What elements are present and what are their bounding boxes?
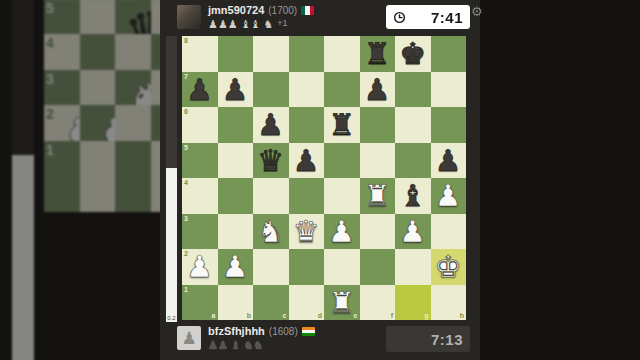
bottom-clock-time: 7:13 [431, 331, 463, 348]
square-e5[interactable] [324, 143, 360, 179]
square-d6[interactable] [289, 107, 325, 143]
rank-label: 1 [184, 286, 188, 293]
square-e4[interactable] [324, 178, 360, 214]
piece-black-pawn: ♟ [289, 143, 325, 179]
evaluation-value: 0.2 [166, 315, 177, 321]
square-d4[interactable] [289, 178, 325, 214]
rank-label: 5 [184, 144, 188, 151]
background-eval-bar [12, 0, 34, 360]
square-d8[interactable] [289, 36, 325, 72]
video-frame: 8♜♚7♟♟♟6♟♜5♛♟♟4♜♝♟3♞♛♟♟2♟♟♚1abcde♜fgh jm… [0, 0, 640, 360]
piece-white-knight: ♞ [253, 214, 289, 250]
chess-board: 8♜♚7♟♟♟6♟♜5♛♟♟4♜♝♟3♞♛♟♟2♟♟♚1abcde♜fgh [182, 36, 466, 320]
square-h1[interactable]: h [431, 285, 467, 321]
square-b2[interactable]: ♟ [218, 249, 254, 285]
captured-black-knight-icon: ♞ [244, 339, 254, 352]
square-a3[interactable]: 3 [182, 214, 218, 250]
square-b4[interactable] [218, 178, 254, 214]
piece-black-bishop: ♝ [395, 178, 431, 214]
captured-black-pawn-icon: ♟ [208, 339, 218, 352]
piece-black-pawn: ♟ [253, 107, 289, 143]
square-h5[interactable]: ♟ [431, 143, 467, 179]
square-c3[interactable]: ♞ [253, 214, 289, 250]
piece-white-rook: ♜ [324, 285, 360, 321]
square-f1[interactable]: f [360, 285, 396, 321]
square-f3[interactable] [360, 214, 396, 250]
piece-white-pawn: ♟ [431, 178, 467, 214]
mexico-flag-icon [301, 6, 314, 15]
square-f8[interactable]: ♜ [360, 36, 396, 72]
square-a5[interactable]: 5 [182, 143, 218, 179]
square-d1[interactable]: d [289, 285, 325, 321]
square-e8[interactable] [324, 36, 360, 72]
top-player-bar: jmn590724 (1700) ♟♟♟♝♝♞ +1 7:41 ⚙ [160, 0, 480, 35]
piece-black-pawn: ♟ [360, 72, 396, 108]
square-c1[interactable]: c [253, 285, 289, 321]
bottom-player-rating: (1608) [269, 326, 298, 337]
square-b3[interactable] [218, 214, 254, 250]
piece-white-pawn: ♟ [395, 214, 431, 250]
piece-white-king: ♚ [431, 249, 467, 285]
captured-white-bishop-icon: ♝ [251, 18, 261, 31]
file-label: a [212, 312, 216, 319]
square-e3[interactable]: ♟ [324, 214, 360, 250]
square-a8[interactable]: 8 [182, 36, 218, 72]
square-d5[interactable]: ♟ [289, 143, 325, 179]
game-app-column: jmn590724 (1700) ♟♟♟♝♝♞ +1 7:41 ⚙ [160, 0, 480, 360]
square-g7[interactable] [395, 72, 431, 108]
square-h3[interactable] [431, 214, 467, 250]
square-b5[interactable] [218, 143, 254, 179]
square-c2[interactable] [253, 249, 289, 285]
bottom-captured-pieces: ♟♟♝♞♞ [208, 335, 263, 353]
captured-white-pawn-icon: ♟ [218, 18, 228, 31]
square-a4[interactable]: 4 [182, 178, 218, 214]
square-h6[interactable] [431, 107, 467, 143]
captured-white-pawn-icon: ♟ [208, 18, 218, 31]
square-g5[interactable] [395, 143, 431, 179]
square-d7[interactable] [289, 72, 325, 108]
file-label: h [460, 312, 464, 319]
rank-label: 3 [184, 215, 188, 222]
material-advantage-badge: +1 [277, 18, 287, 28]
square-c6[interactable]: ♟ [253, 107, 289, 143]
captured-white-knight-icon: ♞ [263, 18, 273, 31]
top-player-clock: 7:41 [386, 5, 470, 29]
captured-black-pawn-icon: ♟ [218, 339, 228, 352]
clock-icon [393, 11, 406, 24]
settings-gear-icon[interactable]: ⚙ [471, 4, 483, 19]
square-f6[interactable] [360, 107, 396, 143]
square-h2[interactable]: ♚ [431, 249, 467, 285]
piece-black-king: ♚ [395, 36, 431, 72]
square-c8[interactable] [253, 36, 289, 72]
square-h8[interactable] [431, 36, 467, 72]
piece-white-queen: ♛ [289, 214, 325, 250]
piece-black-pawn: ♟ [218, 72, 254, 108]
square-a7[interactable]: 7♟ [182, 72, 218, 108]
top-clock-time: 7:41 [431, 9, 463, 26]
rank-label: 3 [46, 71, 54, 87]
piece-black-pawn: ♟ [431, 143, 467, 179]
top-player-avatar[interactable] [177, 5, 201, 29]
bottom-player-clock: 7:13 [386, 326, 470, 352]
square-e7[interactable] [324, 72, 360, 108]
square-d3[interactable]: ♛ [289, 214, 325, 250]
bottom-player-avatar[interactable]: ♟ [177, 326, 201, 350]
piece-black-pawn: ♟ [182, 72, 218, 108]
rank-label: 5 [46, 0, 54, 16]
square-f5[interactable] [360, 143, 396, 179]
bottom-player-bar: ♟ bfzSfhjhhh (1608) ♟♟♝♞♞ 7:13 [160, 322, 480, 360]
square-f4[interactable]: ♜ [360, 178, 396, 214]
square-e2[interactable] [324, 249, 360, 285]
pawn-avatar-icon: ♟ [181, 330, 196, 347]
piece-black-queen: ♛ [253, 143, 289, 179]
square-d2[interactable] [289, 249, 325, 285]
piece-black-rook: ♜ [360, 36, 396, 72]
file-label: b [247, 312, 251, 319]
rank-label: 8 [184, 37, 188, 44]
square-c4[interactable] [253, 178, 289, 214]
rank-label: 4 [184, 179, 188, 186]
top-captured-pieces: ♟♟♟♝♝♞ [208, 14, 273, 32]
square-e1[interactable]: e♜ [324, 285, 360, 321]
evaluation-bar: 0.2 [166, 36, 177, 322]
square-f2[interactable] [360, 249, 396, 285]
captured-white-pawn-icon: ♟ [228, 18, 238, 31]
india-flag-icon [302, 327, 315, 336]
square-e6[interactable]: ♜ [324, 107, 360, 143]
square-g8[interactable]: ♚ [395, 36, 431, 72]
square-g4[interactable]: ♝ [395, 178, 431, 214]
square-a2[interactable]: 2♟ [182, 249, 218, 285]
rank-label: 1 [46, 142, 54, 158]
square-g2[interactable] [395, 249, 431, 285]
square-c7[interactable] [253, 72, 289, 108]
square-b1[interactable]: b [218, 285, 254, 321]
file-label: g [424, 312, 428, 319]
square-b8[interactable] [218, 36, 254, 72]
square-h4[interactable]: ♟ [431, 178, 467, 214]
square-a6[interactable]: 6 [182, 107, 218, 143]
square-g3[interactable]: ♟ [395, 214, 431, 250]
square-g1[interactable]: g [395, 285, 431, 321]
square-h7[interactable] [431, 72, 467, 108]
square-b7[interactable]: ♟ [218, 72, 254, 108]
file-label: c [283, 312, 287, 319]
captured-white-bishop-icon: ♝ [241, 18, 251, 31]
piece-white-pawn: ♟ [324, 214, 360, 250]
square-f7[interactable]: ♟ [360, 72, 396, 108]
rank-label: 6 [184, 108, 188, 115]
piece-white-pawn: ♟ [218, 249, 254, 285]
piece-white-rook: ♜ [360, 178, 396, 214]
captured-black-knight-icon: ♞ [254, 339, 264, 352]
piece-black-rook: ♜ [324, 107, 360, 143]
captured-black-bishop-icon: ♝ [231, 339, 241, 352]
square-c5[interactable]: ♛ [253, 143, 289, 179]
rank-label: 4 [46, 35, 54, 51]
file-label: f [391, 312, 393, 319]
square-b6[interactable] [218, 107, 254, 143]
piece-white-pawn: ♟ [182, 249, 218, 285]
square-a1[interactable]: 1a [182, 285, 218, 321]
square-g6[interactable] [395, 107, 431, 143]
file-label: d [318, 312, 322, 319]
